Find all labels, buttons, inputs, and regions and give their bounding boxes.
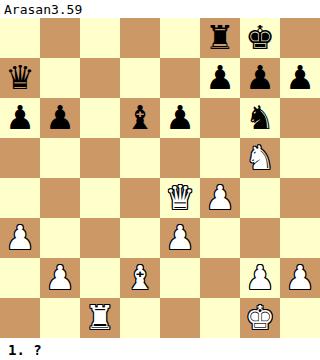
square-b5[interactable]	[40, 138, 80, 178]
square-e3[interactable]: ♟	[160, 218, 200, 258]
window-title: Arasan3.59	[0, 0, 320, 18]
square-e5[interactable]	[160, 138, 200, 178]
square-h3[interactable]	[280, 218, 320, 258]
black-pawn[interactable]: ♟	[285, 58, 315, 98]
move-prompt: 1. ?	[0, 338, 320, 360]
square-d6[interactable]: ♝	[120, 98, 160, 138]
black-king[interactable]: ♚	[245, 18, 275, 58]
square-g8[interactable]: ♚	[240, 18, 280, 58]
square-f2[interactable]	[200, 258, 240, 298]
square-c7[interactable]	[80, 58, 120, 98]
square-g2[interactable]: ♟	[240, 258, 280, 298]
white-rook[interactable]: ♜	[85, 298, 115, 338]
white-pawn[interactable]: ♟	[5, 218, 35, 258]
square-e4[interactable]: ♛	[160, 178, 200, 218]
square-d7[interactable]	[120, 58, 160, 98]
square-f1[interactable]	[200, 298, 240, 338]
square-g7[interactable]: ♟	[240, 58, 280, 98]
square-b4[interactable]	[40, 178, 80, 218]
square-f7[interactable]: ♟	[200, 58, 240, 98]
square-b7[interactable]	[40, 58, 80, 98]
square-f3[interactable]	[200, 218, 240, 258]
square-e1[interactable]	[160, 298, 200, 338]
white-king[interactable]: ♚	[245, 298, 275, 338]
black-bishop[interactable]: ♝	[125, 98, 155, 138]
square-a2[interactable]	[0, 258, 40, 298]
square-g5[interactable]: ♞	[240, 138, 280, 178]
square-h8[interactable]	[280, 18, 320, 58]
black-pawn[interactable]: ♟	[165, 98, 195, 138]
black-rook[interactable]: ♜	[205, 18, 235, 58]
square-e7[interactable]	[160, 58, 200, 98]
square-h7[interactable]: ♟	[280, 58, 320, 98]
white-queen[interactable]: ♛	[165, 178, 195, 218]
square-a5[interactable]	[0, 138, 40, 178]
white-pawn[interactable]: ♟	[165, 218, 195, 258]
square-c3[interactable]	[80, 218, 120, 258]
black-queen[interactable]: ♛	[5, 58, 35, 98]
square-d3[interactable]	[120, 218, 160, 258]
white-pawn[interactable]: ♟	[205, 178, 235, 218]
square-a6[interactable]: ♟	[0, 98, 40, 138]
square-h1[interactable]	[280, 298, 320, 338]
square-c1[interactable]: ♜	[80, 298, 120, 338]
square-g1[interactable]: ♚	[240, 298, 280, 338]
square-h2[interactable]: ♟	[280, 258, 320, 298]
square-e6[interactable]: ♟	[160, 98, 200, 138]
square-h6[interactable]	[280, 98, 320, 138]
white-knight[interactable]: ♞	[245, 138, 275, 178]
square-b1[interactable]	[40, 298, 80, 338]
black-knight[interactable]: ♞	[245, 98, 275, 138]
square-g3[interactable]	[240, 218, 280, 258]
square-b6[interactable]: ♟	[40, 98, 80, 138]
square-b8[interactable]	[40, 18, 80, 58]
square-h4[interactable]	[280, 178, 320, 218]
square-e8[interactable]	[160, 18, 200, 58]
square-a7[interactable]: ♛	[0, 58, 40, 98]
square-d5[interactable]	[120, 138, 160, 178]
white-pawn[interactable]: ♟	[285, 258, 315, 298]
square-a3[interactable]: ♟	[0, 218, 40, 258]
square-c8[interactable]	[80, 18, 120, 58]
square-c5[interactable]	[80, 138, 120, 178]
square-d2[interactable]: ♝	[120, 258, 160, 298]
white-pawn[interactable]: ♟	[45, 258, 75, 298]
square-b2[interactable]: ♟	[40, 258, 80, 298]
square-e2[interactable]	[160, 258, 200, 298]
square-a1[interactable]	[0, 298, 40, 338]
chess-board: ♜♚♛♟♟♟♟♟♝♟♞♞♛♟♟♟♟♝♟♟♜♚	[0, 18, 320, 338]
square-c2[interactable]	[80, 258, 120, 298]
square-h5[interactable]	[280, 138, 320, 178]
white-pawn[interactable]: ♟	[245, 258, 275, 298]
square-d4[interactable]	[120, 178, 160, 218]
black-pawn[interactable]: ♟	[45, 98, 75, 138]
black-pawn[interactable]: ♟	[205, 58, 235, 98]
square-c4[interactable]	[80, 178, 120, 218]
square-c6[interactable]	[80, 98, 120, 138]
square-d8[interactable]	[120, 18, 160, 58]
square-a8[interactable]	[0, 18, 40, 58]
square-b3[interactable]	[40, 218, 80, 258]
square-g4[interactable]	[240, 178, 280, 218]
square-a4[interactable]	[0, 178, 40, 218]
square-f4[interactable]: ♟	[200, 178, 240, 218]
black-pawn[interactable]: ♟	[245, 58, 275, 98]
square-g6[interactable]: ♞	[240, 98, 280, 138]
black-pawn[interactable]: ♟	[5, 98, 35, 138]
square-f8[interactable]: ♜	[200, 18, 240, 58]
square-f5[interactable]	[200, 138, 240, 178]
square-d1[interactable]	[120, 298, 160, 338]
white-bishop[interactable]: ♝	[125, 258, 155, 298]
square-f6[interactable]	[200, 98, 240, 138]
